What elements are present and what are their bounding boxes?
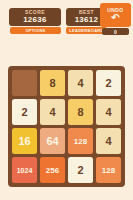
tile-4: 4 [68,70,93,96]
tile-2: 2 [68,157,93,183]
tile-256: 256 [40,157,65,183]
tile-8: 8 [40,70,65,96]
tile-2: 2 [96,70,121,96]
score-value: 12636 [23,15,47,24]
tile-128: 128 [68,128,93,154]
tile-64: 64 [40,128,65,154]
2048-app: SCORE 12636 BEST 13612 OPTIONS LEADERBOA… [0,0,133,200]
tile-2: 2 [12,99,37,125]
tile-4: 4 [40,99,65,125]
options-button[interactable]: OPTIONS [10,27,61,34]
best-value: 13612 [75,15,99,24]
undo-count-badge: 0 [102,28,129,35]
tile-128: 128 [96,157,121,183]
undo-button[interactable]: UNDO ↶ [100,3,131,27]
empty-cell [12,70,37,96]
leaderboard-button[interactable]: LEADERBOARD [66,27,107,34]
tile-4: 4 [96,99,121,125]
undo-arrow-icon: ↶ [111,13,119,23]
score-box: SCORE 12636 [9,8,61,26]
tile-16: 16 [12,128,37,154]
game-board[interactable]: 84224841664128410242562128 [8,66,125,187]
tile-8: 8 [68,99,93,125]
tile-4: 4 [96,128,121,154]
tile-1024: 1024 [12,157,37,183]
